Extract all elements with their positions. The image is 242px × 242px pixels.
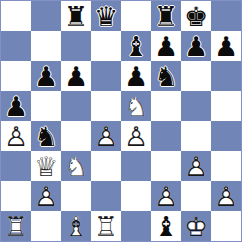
white-pawn-outline: ♙ bbox=[91, 121, 121, 151]
square-f6[interactable]: ♞ bbox=[151, 61, 181, 91]
piece-black-pawn[interactable]: ♟ bbox=[181, 31, 211, 61]
square-e8[interactable] bbox=[121, 1, 151, 31]
piece-white-knight[interactable]: ♞♘ bbox=[121, 91, 151, 121]
square-d7[interactable] bbox=[91, 31, 121, 61]
square-a2[interactable] bbox=[1, 181, 31, 211]
square-e4[interactable]: ♟♙ bbox=[121, 121, 151, 151]
white-pawn-outline: ♙ bbox=[1, 121, 31, 151]
chess-board-frame: ♜♛♜♚♝♟♟♟♟♟♟♞♟♞♘♟♙♞♟♙♟♙♛♕♞♘♟♙♟♙♟♙♟♙♜♖♝♗♜♖… bbox=[0, 0, 242, 242]
square-a1[interactable]: ♜♖ bbox=[1, 211, 31, 241]
square-d4[interactable]: ♟♙ bbox=[91, 121, 121, 151]
black-queen-glyph: ♛ bbox=[91, 1, 121, 31]
square-c1[interactable]: ♝♗ bbox=[61, 211, 91, 241]
square-g2[interactable] bbox=[181, 181, 211, 211]
square-h1[interactable] bbox=[211, 211, 241, 241]
black-pawn-glyph: ♟ bbox=[181, 31, 211, 61]
piece-black-pawn[interactable]: ♟ bbox=[121, 61, 151, 91]
square-g6[interactable] bbox=[181, 61, 211, 91]
piece-white-rook[interactable]: ♜♖ bbox=[91, 211, 121, 241]
piece-black-pawn[interactable]: ♟ bbox=[151, 31, 181, 61]
square-h2[interactable]: ♟♙ bbox=[211, 181, 241, 211]
square-f8[interactable]: ♜ bbox=[151, 1, 181, 31]
black-king-glyph: ♚ bbox=[181, 1, 211, 31]
square-c5[interactable] bbox=[61, 91, 91, 121]
square-b4[interactable]: ♞ bbox=[31, 121, 61, 151]
square-b7[interactable] bbox=[31, 31, 61, 61]
white-pawn-outline: ♙ bbox=[211, 181, 241, 211]
square-c4[interactable] bbox=[61, 121, 91, 151]
square-d3[interactable] bbox=[91, 151, 121, 181]
square-c7[interactable] bbox=[61, 31, 91, 61]
piece-white-pawn[interactable]: ♟♙ bbox=[151, 181, 181, 211]
square-f4[interactable] bbox=[151, 121, 181, 151]
square-h6[interactable] bbox=[211, 61, 241, 91]
square-a8[interactable] bbox=[1, 1, 31, 31]
chess-board: ♜♛♜♚♝♟♟♟♟♟♟♞♟♞♘♟♙♞♟♙♟♙♛♕♞♘♟♙♟♙♟♙♟♙♜♖♝♗♜♖… bbox=[1, 1, 241, 241]
black-bishop-glyph: ♝ bbox=[121, 31, 151, 61]
white-pawn-outline: ♙ bbox=[31, 181, 61, 211]
square-c6[interactable]: ♟ bbox=[61, 61, 91, 91]
piece-black-rook[interactable]: ♜ bbox=[61, 1, 91, 31]
piece-black-bishop[interactable]: ♝ bbox=[121, 31, 151, 61]
white-knight-outline: ♘ bbox=[61, 151, 91, 181]
black-rook-glyph: ♜ bbox=[61, 1, 91, 31]
piece-black-knight[interactable]: ♞ bbox=[31, 121, 61, 151]
piece-white-bishop[interactable]: ♝♗ bbox=[61, 211, 91, 241]
black-knight-glyph: ♞ bbox=[31, 121, 61, 151]
square-a3[interactable] bbox=[1, 151, 31, 181]
square-g5[interactable] bbox=[181, 91, 211, 121]
black-knight-glyph: ♞ bbox=[151, 61, 181, 91]
square-d6[interactable] bbox=[91, 61, 121, 91]
square-c2[interactable] bbox=[61, 181, 91, 211]
black-bishop-glyph: ♝ bbox=[151, 211, 181, 241]
piece-white-queen[interactable]: ♛♕ bbox=[31, 151, 61, 181]
white-pawn-outline: ♙ bbox=[121, 121, 151, 151]
piece-white-pawn[interactable]: ♟♙ bbox=[31, 181, 61, 211]
piece-white-knight[interactable]: ♞♘ bbox=[61, 151, 91, 181]
black-pawn-glyph: ♟ bbox=[61, 61, 91, 91]
square-e6[interactable]: ♟ bbox=[121, 61, 151, 91]
square-b2[interactable]: ♟♙ bbox=[31, 181, 61, 211]
square-e3[interactable] bbox=[121, 151, 151, 181]
square-h5[interactable] bbox=[211, 91, 241, 121]
piece-black-queen[interactable]: ♛ bbox=[91, 1, 121, 31]
black-pawn-glyph: ♟ bbox=[151, 31, 181, 61]
square-f2[interactable]: ♟♙ bbox=[151, 181, 181, 211]
square-d2[interactable] bbox=[91, 181, 121, 211]
square-h7[interactable]: ♟ bbox=[211, 31, 241, 61]
white-king-outline: ♔ bbox=[181, 211, 211, 241]
square-f7[interactable]: ♟ bbox=[151, 31, 181, 61]
white-rook-outline: ♖ bbox=[1, 211, 31, 241]
square-f3[interactable] bbox=[151, 151, 181, 181]
square-f5[interactable] bbox=[151, 91, 181, 121]
square-g3[interactable]: ♟♙ bbox=[181, 151, 211, 181]
square-b1[interactable] bbox=[31, 211, 61, 241]
square-a5[interactable]: ♟ bbox=[1, 91, 31, 121]
square-e2[interactable] bbox=[121, 181, 151, 211]
square-e1[interactable] bbox=[121, 211, 151, 241]
square-d1[interactable]: ♜♖ bbox=[91, 211, 121, 241]
square-h3[interactable] bbox=[211, 151, 241, 181]
black-pawn-glyph: ♟ bbox=[1, 91, 31, 121]
square-g4[interactable] bbox=[181, 121, 211, 151]
square-g8[interactable]: ♚ bbox=[181, 1, 211, 31]
piece-black-pawn[interactable]: ♟ bbox=[31, 61, 61, 91]
piece-black-rook[interactable]: ♜ bbox=[151, 1, 181, 31]
square-e7[interactable]: ♝ bbox=[121, 31, 151, 61]
square-b8[interactable] bbox=[31, 1, 61, 31]
black-pawn-glyph: ♟ bbox=[121, 61, 151, 91]
piece-black-king[interactable]: ♚ bbox=[181, 1, 211, 31]
white-pawn-outline: ♙ bbox=[181, 151, 211, 181]
black-pawn-glyph: ♟ bbox=[31, 61, 61, 91]
square-g7[interactable]: ♟ bbox=[181, 31, 211, 61]
white-rook-outline: ♖ bbox=[91, 211, 121, 241]
white-queen-outline: ♕ bbox=[31, 151, 61, 181]
black-pawn-glyph: ♟ bbox=[211, 31, 241, 61]
square-d8[interactable]: ♛ bbox=[91, 1, 121, 31]
piece-black-bishop[interactable]: ♝ bbox=[151, 211, 181, 241]
piece-white-king[interactable]: ♚♔ bbox=[181, 211, 211, 241]
square-c3[interactable]: ♞♘ bbox=[61, 151, 91, 181]
piece-white-pawn[interactable]: ♟♙ bbox=[121, 121, 151, 151]
square-b6[interactable]: ♟ bbox=[31, 61, 61, 91]
piece-white-rook[interactable]: ♜♖ bbox=[1, 211, 31, 241]
square-a6[interactable] bbox=[1, 61, 31, 91]
square-e5[interactable]: ♞♘ bbox=[121, 91, 151, 121]
square-h4[interactable] bbox=[211, 121, 241, 151]
square-c8[interactable]: ♜ bbox=[61, 1, 91, 31]
piece-black-pawn[interactable]: ♟ bbox=[1, 91, 31, 121]
black-rook-glyph: ♜ bbox=[151, 1, 181, 31]
square-a7[interactable] bbox=[1, 31, 31, 61]
square-d5[interactable] bbox=[91, 91, 121, 121]
square-f1[interactable]: ♝ bbox=[151, 211, 181, 241]
square-g1[interactable]: ♚♔ bbox=[181, 211, 211, 241]
piece-white-pawn[interactable]: ♟♙ bbox=[91, 121, 121, 151]
piece-white-pawn[interactable]: ♟♙ bbox=[1, 121, 31, 151]
square-b5[interactable] bbox=[31, 91, 61, 121]
piece-black-pawn[interactable]: ♟ bbox=[61, 61, 91, 91]
piece-white-pawn[interactable]: ♟♙ bbox=[181, 151, 211, 181]
white-knight-outline: ♘ bbox=[121, 91, 151, 121]
square-a4[interactable]: ♟♙ bbox=[1, 121, 31, 151]
piece-white-pawn[interactable]: ♟♙ bbox=[211, 181, 241, 211]
piece-black-knight[interactable]: ♞ bbox=[151, 61, 181, 91]
square-b3[interactable]: ♛♕ bbox=[31, 151, 61, 181]
white-pawn-outline: ♙ bbox=[151, 181, 181, 211]
square-h8[interactable] bbox=[211, 1, 241, 31]
piece-black-pawn[interactable]: ♟ bbox=[211, 31, 241, 61]
white-bishop-outline: ♗ bbox=[61, 211, 91, 241]
